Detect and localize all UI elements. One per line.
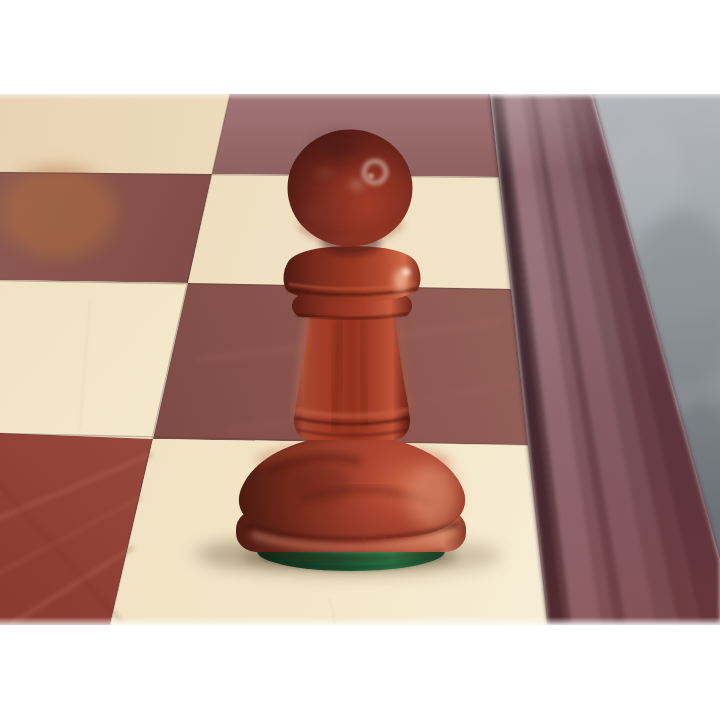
top-margin-fade: [0, 88, 720, 100]
pawn-collar: [284, 246, 421, 318]
top-white-margin: [0, 0, 720, 94]
pawn-stem: [294, 308, 411, 440]
photo-canvas: [0, 0, 720, 720]
bottom-white-margin: [0, 625, 720, 720]
dark-square-sheen: [0, 166, 116, 258]
pawn-base: [236, 434, 466, 559]
chess-piece-photo: [0, 0, 720, 720]
bottom-margin-fade: [0, 617, 720, 628]
board-square-r1c1-light: [0, 94, 230, 174]
